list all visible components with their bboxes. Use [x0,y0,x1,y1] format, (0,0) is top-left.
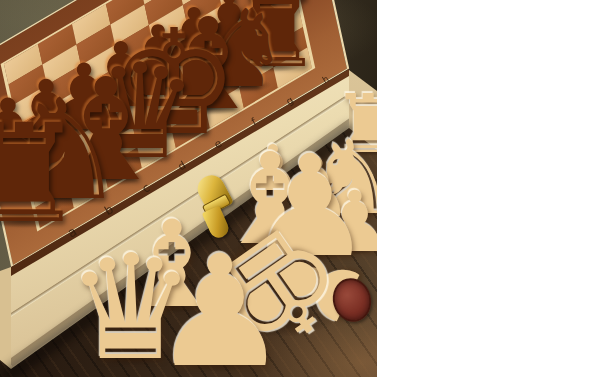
pieces-layer: ♜♞♝♛♚♝♞♜♟♟♟♟♟♟♟♟♛♝♟♝♟♟♞♜♟♟♚♟ [0,0,377,377]
right-whitespace [377,0,600,377]
dark-rook-a1: ♜ [0,106,85,242]
screenshot: abcdefgh ♜♞♝♛♚♝♞♜♟♟♟♟♟♟♟♟♛♝♟♝♟♟♞♜♟♟♚♟ [0,0,600,377]
light-pawn-offboard: ♟ [151,235,289,377]
chess-set-photo: abcdefgh ♜♞♝♛♚♝♞♜♟♟♟♟♟♟♟♟♛♝♟♝♟♟♞♜♟♟♚♟ [0,0,377,377]
